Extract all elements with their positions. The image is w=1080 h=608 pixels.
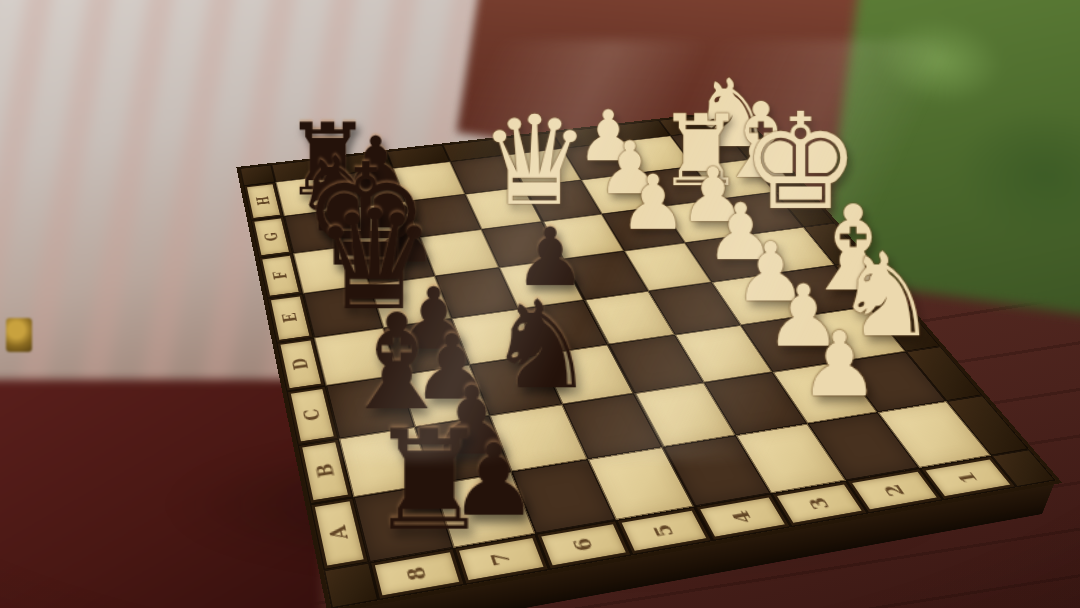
- square-f8: ♚: [293, 245, 370, 293]
- square-g8: ♞: [284, 209, 357, 254]
- chess-board: H♜♟♟♞G♞♛♟♜♝F♚♟♟♟♚E♛♟♟D♟♟♝C♝♟♞♟♞B♟♟A♜♟876…: [240, 111, 1056, 608]
- photo-stage: H♜♟♟♞G♞♛♟♜♝F♚♟♟♟♚E♛♟♟D♟♟♝C♝♟♞♟♞B♟♟A♜♟876…: [0, 0, 1080, 608]
- file-label-C: C: [286, 386, 339, 445]
- file-label-E: E: [267, 294, 314, 343]
- board-scene: H♜♟♟♞G♞♛♟♜♝F♚♟♟♟♚E♛♟♟D♟♟♝C♝♟♞♟♞B♟♟A♜♟876…: [0, 0, 1080, 608]
